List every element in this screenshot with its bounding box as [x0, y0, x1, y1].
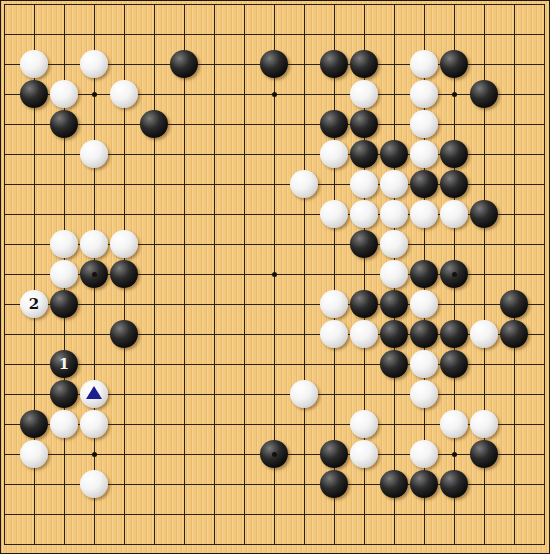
board-cell [349, 289, 379, 319]
board-cell [19, 439, 49, 469]
star-point [452, 272, 457, 277]
stone-black [350, 50, 378, 78]
board-cell [139, 109, 169, 139]
stone-white [20, 50, 48, 78]
stone-black [20, 410, 48, 438]
stone-black [440, 50, 468, 78]
board-cell [439, 349, 469, 379]
stone-black [470, 440, 498, 468]
stone-white [380, 230, 408, 258]
board-cell [349, 49, 379, 79]
stone-white [290, 380, 318, 408]
stone-white [410, 140, 438, 168]
board-cell [409, 349, 439, 379]
board-cell [379, 199, 409, 229]
star-point [272, 92, 277, 97]
stone-black [320, 50, 348, 78]
star-point [92, 452, 97, 457]
board-cell [109, 259, 139, 289]
board-cell [49, 79, 79, 109]
board-cell [319, 199, 349, 229]
board-cell [319, 289, 349, 319]
stone-black [440, 320, 468, 348]
stone-white [350, 320, 378, 348]
stone-black [440, 170, 468, 198]
board-cell [79, 469, 109, 499]
stone-black [20, 80, 48, 108]
stone-white [50, 230, 78, 258]
board-cell [19, 409, 49, 439]
star-point [92, 92, 97, 97]
board-cell [19, 79, 49, 109]
board-cell [169, 49, 199, 79]
board-cell [379, 229, 409, 259]
stone-white [320, 290, 348, 318]
star-point [272, 272, 277, 277]
stone-white [380, 170, 408, 198]
board-cell [469, 79, 499, 109]
go-board[interactable]: 21 [0, 0, 550, 554]
stone-white [20, 440, 48, 468]
stone-white [350, 200, 378, 228]
board-cell [79, 379, 109, 409]
stone-white [470, 320, 498, 348]
stone-black [140, 110, 168, 138]
board-cell [409, 259, 439, 289]
board-cell [319, 49, 349, 79]
board-cell: 2 [19, 289, 49, 319]
board-cell [469, 319, 499, 349]
stone-black [50, 380, 78, 408]
stone-black [320, 440, 348, 468]
board-cell [289, 379, 319, 409]
stones-layer: 21 [0, 0, 550, 554]
stone-white [440, 200, 468, 228]
stone-white [410, 440, 438, 468]
board-cell [439, 169, 469, 199]
stone-white [320, 200, 348, 228]
stone-white [410, 200, 438, 228]
board-cell [409, 79, 439, 109]
stone-white [110, 80, 138, 108]
stone-white [110, 230, 138, 258]
stone-white [320, 320, 348, 348]
board-cell [409, 379, 439, 409]
stone-white [290, 170, 318, 198]
stone-white [80, 410, 108, 438]
board-cell [319, 109, 349, 139]
board-cell [439, 409, 469, 439]
board-cell [409, 319, 439, 349]
board-cell [409, 49, 439, 79]
stone-black [380, 350, 408, 378]
board-cell [439, 139, 469, 169]
move-number-label: 1 [59, 357, 69, 372]
stone-white [320, 140, 348, 168]
stone-black [440, 140, 468, 168]
board-cell [439, 199, 469, 229]
board-cell [49, 409, 79, 439]
stone-white [50, 80, 78, 108]
board-cell [289, 169, 319, 199]
stone-black [410, 260, 438, 288]
board-cell [439, 319, 469, 349]
board-cell [79, 229, 109, 259]
board-cell [469, 199, 499, 229]
board-cell [499, 319, 529, 349]
stone-white [50, 410, 78, 438]
stone-black [500, 320, 528, 348]
triangle-marker-icon [86, 386, 102, 399]
board-cell [109, 229, 139, 259]
board-cell [379, 349, 409, 379]
board-cell [409, 139, 439, 169]
board-cell [409, 169, 439, 199]
board-cell [319, 319, 349, 349]
board-cell [349, 109, 379, 139]
board-cell [409, 289, 439, 319]
board-cell [49, 109, 79, 139]
board-cell [319, 439, 349, 469]
stone-white [410, 80, 438, 108]
stone-black [350, 290, 378, 318]
board-cell [469, 409, 499, 439]
stone-white [410, 290, 438, 318]
board-cell [379, 259, 409, 289]
board-cell [79, 409, 109, 439]
board-cell [409, 469, 439, 499]
stone-black [320, 110, 348, 138]
board-cell [379, 169, 409, 199]
board-cell [409, 199, 439, 229]
stone-black [350, 230, 378, 258]
stone-white [410, 110, 438, 138]
stone-white: 2 [20, 290, 48, 318]
board-cell [409, 439, 439, 469]
board-cell [49, 289, 79, 319]
board-cell [439, 469, 469, 499]
board-cell [79, 49, 109, 79]
stone-white [380, 260, 408, 288]
board-cell [349, 199, 379, 229]
stone-white [80, 230, 108, 258]
stone-black [350, 140, 378, 168]
star-point [452, 452, 457, 457]
stone-black [350, 110, 378, 138]
stone-white [350, 170, 378, 198]
stone-white [410, 350, 438, 378]
stone-black [380, 470, 408, 498]
star-point [272, 452, 277, 457]
stone-black [500, 290, 528, 318]
board-cell [379, 139, 409, 169]
stone-white [80, 140, 108, 168]
stone-black [320, 470, 348, 498]
board-cell [49, 229, 79, 259]
stone-white [470, 410, 498, 438]
stone-black [470, 80, 498, 108]
stone-black [380, 140, 408, 168]
board-cell [349, 409, 379, 439]
board-cell [259, 49, 289, 79]
board-cell [379, 319, 409, 349]
stone-white [350, 80, 378, 108]
board-cell [349, 79, 379, 109]
stone-white [80, 470, 108, 498]
board-cell [79, 139, 109, 169]
star-point [452, 92, 457, 97]
stone-black [380, 290, 408, 318]
board-cell [379, 289, 409, 319]
board-cell [19, 49, 49, 79]
stone-black [50, 290, 78, 318]
board-cell [379, 469, 409, 499]
stone-black [380, 320, 408, 348]
stone-white [350, 410, 378, 438]
stone-white [380, 200, 408, 228]
board-cell [319, 469, 349, 499]
board-cell [409, 109, 439, 139]
stone-black [410, 470, 438, 498]
stone-white [440, 410, 468, 438]
stone-black [50, 110, 78, 138]
stone-black [260, 50, 288, 78]
board-cell [349, 319, 379, 349]
stone-black [110, 320, 138, 348]
board-cell [349, 439, 379, 469]
stone-white [410, 50, 438, 78]
board-cell [349, 169, 379, 199]
board-cell [109, 319, 139, 349]
stone-white [410, 380, 438, 408]
board-cell [349, 229, 379, 259]
stone-black: 1 [50, 350, 78, 378]
board-cell [49, 379, 79, 409]
stone-white [80, 380, 108, 408]
board-cell: 1 [49, 349, 79, 379]
stone-white [350, 440, 378, 468]
board-cell [469, 439, 499, 469]
move-number-label: 2 [29, 297, 39, 312]
board-cell [499, 289, 529, 319]
stone-black [410, 170, 438, 198]
board-cell [349, 139, 379, 169]
board-cell [109, 79, 139, 109]
board-cell [49, 259, 79, 289]
stone-black [470, 200, 498, 228]
stone-white [80, 50, 108, 78]
stone-black [110, 260, 138, 288]
star-point [92, 272, 97, 277]
board-cell [439, 49, 469, 79]
board-cell [319, 139, 349, 169]
stone-black [440, 350, 468, 378]
stone-white [50, 260, 78, 288]
stone-black [170, 50, 198, 78]
stone-black [410, 320, 438, 348]
stone-black [440, 470, 468, 498]
